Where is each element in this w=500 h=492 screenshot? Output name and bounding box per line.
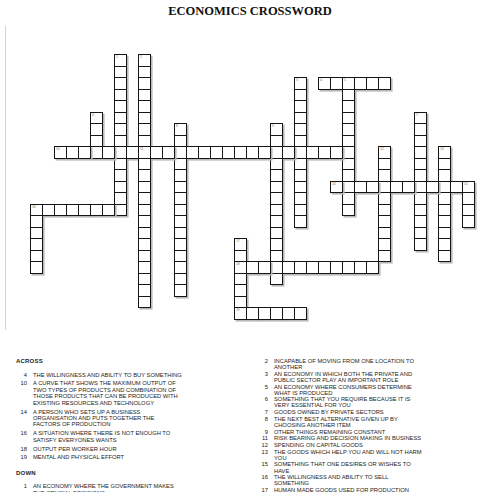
clue-text: AN ECONOMY WHERE CONSUMERS DETERMINE WHA…: [274, 384, 412, 396]
cell-number: 10: [56, 147, 60, 151]
cell-number: 19: [236, 308, 240, 312]
clue-column-left: ACROSS 4THE WILLINGNESS AND ABILITY TO B…: [16, 358, 244, 492]
clue: 10A CURVE THAT SHOWS THE MAXIMUM OUTPUT …: [16, 380, 183, 406]
clue-text: MENTAL AND PHYSICAL EFFORT: [33, 454, 124, 460]
across-clue-list: 4THE WILLINGNESS AND ABILITY TO BUY SOME…: [16, 372, 244, 461]
grid-cell[interactable]: [462, 215, 475, 228]
grid-cell[interactable]: [162, 146, 175, 159]
clue-text: SOMETHING THAT ONE DESIRES OR WISHES TO …: [274, 461, 411, 473]
clue: 7GOODS OWNED BY PRIVATE SECTORS: [257, 409, 424, 415]
clue-text: HUMAN MADE GOODS USED FOR PRODUCTION: [274, 487, 409, 492]
down-clue-list-left: 1AN ECONOMY WHERE THE GOVERNMENT MAKES T…: [16, 483, 244, 492]
clue: 16THE WILLINGNESS AND ABILITY TO SELL SO…: [257, 474, 424, 486]
down-clue-list-right: 2INCAPABLE OF MOVING FROM ONE LOCATION T…: [257, 358, 495, 492]
cell-number: 7: [416, 113, 418, 117]
grid-cell[interactable]: [366, 181, 379, 194]
cell-number: 13: [440, 147, 444, 151]
cell-number: 4: [320, 78, 322, 82]
grid-cell[interactable]: [30, 261, 43, 274]
clue-text: AN ECONOMY IN WHICH BOTH THE PRIVATE AND…: [274, 371, 412, 383]
grid-cell[interactable]: [378, 250, 391, 263]
cell-number: 14: [332, 182, 336, 186]
clue: 16A SITUATION WHERE THERE IS NOT ENOUGH …: [16, 430, 183, 443]
grid-cell[interactable]: [294, 215, 307, 228]
clue-text: A PERSON WHO SETS UP A BUSINESS ORGANISA…: [33, 409, 154, 428]
grid-cell[interactable]: 14: [330, 181, 343, 194]
clue: 17HUMAN MADE GOODS USED FOR PRODUCTION: [257, 487, 424, 492]
across-header: ACROSS: [16, 358, 244, 365]
clue: 9OTHER THINGS REMAINING CONSTANT: [257, 429, 424, 435]
clue: 19MENTAL AND PHYSICAL EFFORT: [16, 454, 183, 460]
grid-cell[interactable]: [294, 307, 307, 320]
grid-cell[interactable]: [402, 181, 415, 194]
clue: 1AN ECONOMY WHERE THE GOVERNMENT MAKES T…: [16, 483, 183, 492]
clue-number: 15: [257, 461, 268, 467]
clue-number: 2: [257, 358, 268, 364]
clue-text: GOODS OWNED BY PRIVATE SECTORS: [274, 409, 384, 415]
clue-number: 16: [16, 430, 27, 436]
cell-number: 9: [272, 124, 274, 128]
grid-cell[interactable]: [414, 238, 427, 251]
clue: 13THE GOODS WHICH HELP YOU AND WILL NOT …: [257, 449, 424, 461]
grid-cell[interactable]: [102, 204, 115, 217]
clue-number: 17: [257, 487, 268, 492]
cell-number: 2: [140, 55, 142, 59]
clue-number: 11: [257, 435, 268, 441]
clue: 15SOMETHING THAT ONE DESIRES OR WISHES T…: [257, 461, 424, 473]
grid-cell[interactable]: [426, 181, 439, 194]
clue-number: 19: [16, 454, 27, 460]
grid-cell[interactable]: [366, 261, 379, 274]
clue-number: 16: [257, 474, 268, 480]
cell-number: 6: [92, 113, 94, 117]
cell-number: 11: [140, 147, 143, 151]
cell-number: 8: [176, 124, 178, 128]
clue: 11RISK BEARING AND DECISION MAKING IN BU…: [257, 435, 424, 441]
clue-text: A CURVE THAT SHOWS THE MAXIMUM OUTPUT OF…: [33, 380, 178, 405]
clue-number: 7: [257, 409, 268, 415]
grid-cell[interactable]: [330, 146, 343, 159]
crossword-board: 12345678910111213141516171819: [0, 0, 500, 350]
cell-number: 3: [296, 78, 298, 82]
clue-text: THE GOODS WHICH HELP YOU AND WILL NOT HA…: [274, 449, 422, 461]
clue-text: OUTPUT PER WORKER HOUR: [33, 446, 117, 452]
cell-number: 12: [380, 147, 384, 151]
clue-number: 12: [257, 442, 268, 448]
grid-cell[interactable]: [174, 284, 187, 297]
clue: 2INCAPABLE OF MOVING FROM ONE LOCATION T…: [257, 358, 424, 370]
cell-number: 16: [32, 205, 36, 209]
clue: 3AN ECONOMY IN WHICH BOTH THE PRIVATE AN…: [257, 371, 424, 383]
clue-text: THE WILLINGNESS AND ABILITY TO BUY SOMET…: [33, 372, 182, 378]
clue-text: RISK BEARING AND DECISION MAKING IN BUSI…: [274, 435, 421, 441]
clue-text: OTHER THINGS REMAINING CONSTANT: [274, 429, 385, 435]
grid-cell[interactable]: [78, 146, 91, 159]
cell-number: 1: [116, 55, 118, 59]
clue-number: 6: [257, 396, 268, 402]
clue-text: INCAPABLE OF MOVING FROM ONE LOCATION TO…: [274, 358, 414, 370]
cell-number: 5: [344, 78, 346, 82]
grid-cell[interactable]: [258, 261, 271, 274]
clue: 5AN ECONOMY WHERE CONSUMERS DETERMINE WH…: [257, 384, 424, 396]
grid-cell[interactable]: [102, 146, 115, 159]
clue-number: 13: [257, 449, 268, 455]
clue-number: 8: [257, 416, 268, 422]
clue-number: 9: [257, 429, 268, 435]
clue-text: SPENDING ON CAPITAL GOODS: [274, 442, 363, 448]
clue: 14A PERSON WHO SETS UP A BUSINESS ORGANI…: [16, 409, 183, 428]
clue-number: 5: [257, 384, 268, 390]
clue-number: 10: [16, 380, 27, 386]
clue-text: THE NEXT BEST ALTERNATIVE GIVEN UP BY CH…: [274, 416, 398, 428]
crossword-page: ECONOMICS CROSSWORD 12345678910111213141…: [0, 0, 500, 492]
grid-cell[interactable]: [378, 77, 391, 90]
grid-cell[interactable]: [282, 146, 295, 159]
clue: 18OUTPUT PER WORKER HOUR: [16, 446, 183, 452]
cell-number: 17: [236, 239, 240, 243]
grid-cell[interactable]: [114, 204, 127, 217]
down-header: DOWN: [16, 470, 244, 477]
clue-text: THE WILLINGNESS AND ABILITY TO SELL SOME…: [274, 474, 388, 486]
clue: 6SOMETHING THAT YOU REQUIRE BECAUSE IT I…: [257, 396, 424, 408]
grid-cell[interactable]: [438, 250, 451, 263]
grid-cell[interactable]: [342, 204, 355, 217]
cell-number: 18: [236, 262, 240, 266]
clue-number: 4: [16, 372, 27, 378]
grid-cell[interactable]: [138, 296, 151, 309]
clue-number: 18: [16, 446, 27, 452]
clue-text: SOMETHING THAT YOU REQUIRE BECAUSE IT IS…: [274, 396, 410, 408]
clue: 4THE WILLINGNESS AND ABILITY TO BUY SOME…: [16, 372, 183, 378]
grid-cell[interactable]: [270, 273, 283, 286]
clue-text: A SITUATION WHERE THERE IS NOT ENOUGH TO…: [33, 430, 170, 442]
clue-column-right: 2INCAPABLE OF MOVING FROM ONE LOCATION T…: [257, 358, 495, 492]
clue: 12SPENDING ON CAPITAL GOODS: [257, 442, 424, 448]
grid-cell[interactable]: [258, 146, 271, 159]
clue: 8THE NEXT BEST ALTERNATIVE GIVEN UP BY C…: [257, 416, 424, 428]
clue-number: 3: [257, 371, 268, 377]
clue-number: 14: [16, 409, 27, 415]
clue-text: AN ECONOMY WHERE THE GOVERNMENT MAKES TH…: [33, 483, 174, 492]
cell-number: 15: [464, 182, 468, 186]
clue-number: 1: [16, 483, 27, 489]
